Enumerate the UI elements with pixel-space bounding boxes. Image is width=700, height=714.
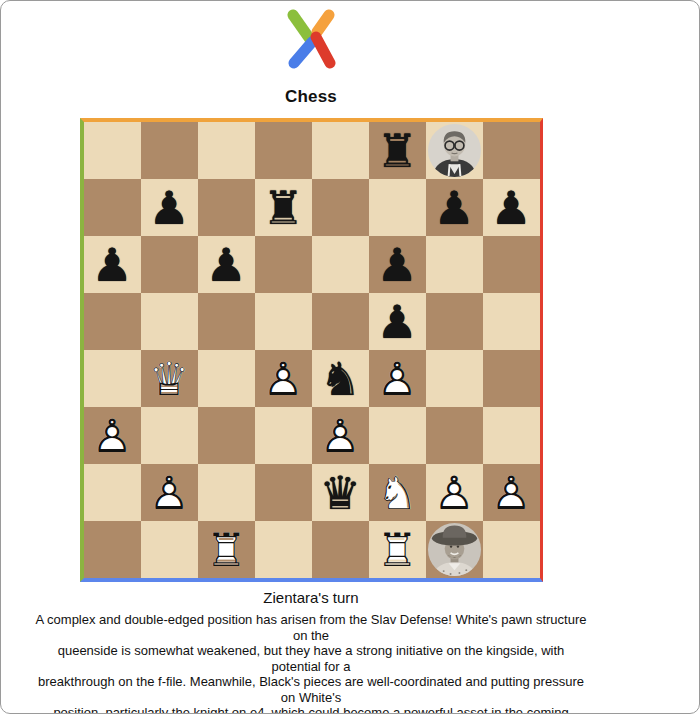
square-f7[interactable] [369,179,426,236]
square-b6[interactable] [141,236,198,293]
chess-app: Chess ♜ ♟♜♟♟♟♟♟♟♛♕♟♙♞♟♙♟♙♟♙♟♙♛♞♘♟♙♟♙♜♖♜♖ [0,0,622,714]
square-h1[interactable] [483,521,540,578]
square-h4[interactable] [483,350,540,407]
square-g1[interactable] [426,521,483,578]
square-g7[interactable]: ♟ [426,179,483,236]
white-rook[interactable]: ♜♖ [198,521,255,578]
square-e6[interactable] [312,236,369,293]
square-h5[interactable] [483,293,540,350]
square-e7[interactable] [312,179,369,236]
square-h8[interactable] [483,122,540,179]
square-g6[interactable] [426,236,483,293]
square-d7[interactable]: ♜ [255,179,312,236]
black-queen[interactable]: ♛ [312,464,369,521]
square-a8[interactable] [84,122,141,179]
square-c3[interactable] [198,407,255,464]
square-b3[interactable] [141,407,198,464]
square-d4[interactable]: ♟♙ [255,350,312,407]
square-f2[interactable]: ♞♘ [369,464,426,521]
square-e5[interactable] [312,293,369,350]
square-d5[interactable] [255,293,312,350]
square-b2[interactable]: ♟♙ [141,464,198,521]
square-e1[interactable] [312,521,369,578]
black-pawn[interactable]: ♟ [141,179,198,236]
square-a5[interactable] [84,293,141,350]
black-rook[interactable]: ♜ [369,122,426,179]
square-b7[interactable]: ♟ [141,179,198,236]
square-b8[interactable] [141,122,198,179]
square-g8[interactable] [426,122,483,179]
app-logo-icon [281,9,341,69]
black-pawn[interactable]: ♟ [369,293,426,350]
square-f6[interactable]: ♟ [369,236,426,293]
square-f4[interactable]: ♟♙ [369,350,426,407]
white-knight[interactable]: ♞♘ [369,464,426,521]
white-pawn[interactable]: ♟♙ [369,350,426,407]
page-title: Chess [285,87,337,107]
square-c4[interactable] [198,350,255,407]
square-d1[interactable] [255,521,312,578]
square-c1[interactable]: ♜♖ [198,521,255,578]
square-c5[interactable] [198,293,255,350]
black-pawn[interactable]: ♟ [369,236,426,293]
square-c2[interactable] [198,464,255,521]
white-pawn[interactable]: ♟♙ [483,464,540,521]
square-a1[interactable] [84,521,141,578]
square-c7[interactable] [198,179,255,236]
black-player-avatar [427,123,482,178]
white-pawn[interactable]: ♟♙ [312,407,369,464]
square-h2[interactable]: ♟♙ [483,464,540,521]
black-pawn[interactable]: ♟ [426,179,483,236]
black-pawn[interactable]: ♟ [84,236,141,293]
square-f1[interactable]: ♜♖ [369,521,426,578]
square-b1[interactable] [141,521,198,578]
square-h7[interactable]: ♟ [483,179,540,236]
square-g2[interactable]: ♟♙ [426,464,483,521]
square-f8[interactable]: ♜ [369,122,426,179]
square-h3[interactable] [483,407,540,464]
square-f3[interactable] [369,407,426,464]
square-f5[interactable]: ♟ [369,293,426,350]
square-a6[interactable]: ♟ [84,236,141,293]
square-g4[interactable] [426,350,483,407]
square-d2[interactable] [255,464,312,521]
square-d3[interactable] [255,407,312,464]
square-d6[interactable] [255,236,312,293]
square-g3[interactable] [426,407,483,464]
white-pawn[interactable]: ♟♙ [426,464,483,521]
square-a4[interactable] [84,350,141,407]
square-a3[interactable]: ♟♙ [84,407,141,464]
square-c8[interactable] [198,122,255,179]
white-queen[interactable]: ♛♕ [141,350,198,407]
square-e2[interactable]: ♛ [312,464,369,521]
square-a2[interactable] [84,464,141,521]
square-c6[interactable]: ♟ [198,236,255,293]
turn-indicator: Zientara's turn [263,589,358,606]
black-pawn[interactable]: ♟ [483,179,540,236]
black-rook[interactable]: ♜ [255,179,312,236]
square-h6[interactable] [483,236,540,293]
square-e4[interactable]: ♞ [312,350,369,407]
square-d8[interactable] [255,122,312,179]
square-e3[interactable]: ♟♙ [312,407,369,464]
square-b4[interactable]: ♛♕ [141,350,198,407]
white-player-avatar [427,522,482,577]
black-knight[interactable]: ♞ [312,350,369,407]
chess-board: ♜ ♟♜♟♟♟♟♟♟♛♕♟♙♞♟♙♟♙♟♙♟♙♛♞♘♟♙♟♙♜♖♜♖ [80,118,543,582]
square-a7[interactable] [84,179,141,236]
white-pawn[interactable]: ♟♙ [255,350,312,407]
white-pawn[interactable]: ♟♙ [141,464,198,521]
white-rook[interactable]: ♜♖ [369,521,426,578]
square-e8[interactable] [312,122,369,179]
square-g5[interactable] [426,293,483,350]
black-pawn[interactable]: ♟ [198,236,255,293]
game-commentary: A complex and double-edged position has … [35,612,587,714]
white-pawn[interactable]: ♟♙ [84,407,141,464]
square-b5[interactable] [141,293,198,350]
